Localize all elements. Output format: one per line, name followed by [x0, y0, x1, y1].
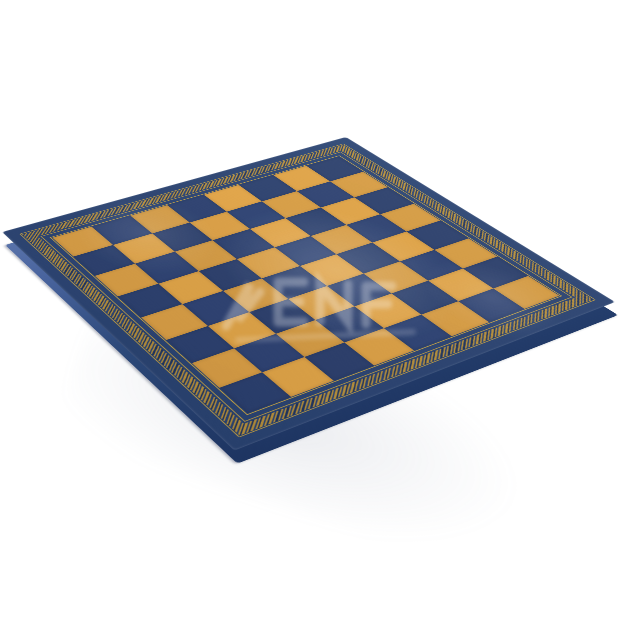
- product-photo-scene: [0, 0, 625, 625]
- chess-board-wrap: [72, 38, 527, 493]
- board-squares-grid: [52, 156, 559, 413]
